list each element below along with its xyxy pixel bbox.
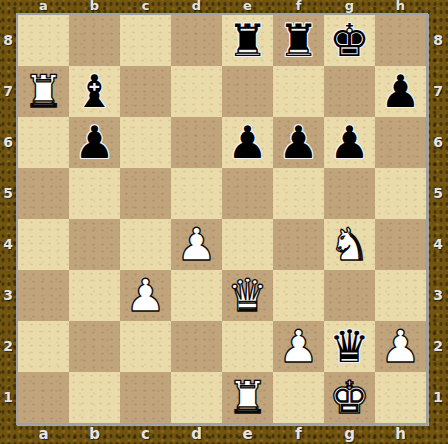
square-a6[interactable]	[18, 117, 69, 168]
file-label-top-d: d	[171, 0, 222, 13]
white-rook-e1[interactable]: ♜	[227, 372, 267, 423]
square-d3[interactable]	[171, 270, 222, 321]
file-labels-top: abcdefgh	[18, 0, 426, 13]
square-d7[interactable]	[171, 66, 222, 117]
rank-label-right-8: 8	[428, 15, 448, 66]
file-labels-bottom: abcdefgh	[18, 425, 426, 444]
square-e2[interactable]	[222, 321, 273, 372]
white-pawn-c3[interactable]: ♟	[125, 270, 165, 321]
white-pawn-h2[interactable]: ♟	[380, 321, 420, 372]
black-pawn-e6[interactable]: ♟	[227, 117, 267, 168]
square-d6[interactable]	[171, 117, 222, 168]
square-e7[interactable]	[222, 66, 273, 117]
square-h1[interactable]	[375, 372, 426, 423]
rank-label-right-1: 1	[428, 372, 448, 423]
file-label-top-g: g	[324, 0, 375, 13]
file-label-bottom-c: c	[120, 425, 171, 444]
rank-label-left-8: 8	[0, 15, 16, 66]
black-pawn-b6[interactable]: ♟	[74, 117, 114, 168]
square-a7[interactable]: ♜	[18, 66, 69, 117]
file-label-bottom-g: g	[324, 425, 375, 444]
square-e5[interactable]	[222, 168, 273, 219]
square-a8[interactable]	[18, 15, 69, 66]
square-f4[interactable]	[273, 219, 324, 270]
square-g5[interactable]	[324, 168, 375, 219]
rank-label-left-7: 7	[0, 66, 16, 117]
square-g7[interactable]	[324, 66, 375, 117]
white-knight-g4[interactable]: ♞	[329, 219, 369, 270]
square-e4[interactable]	[222, 219, 273, 270]
square-g2[interactable]: ♛	[324, 321, 375, 372]
square-d8[interactable]	[171, 15, 222, 66]
file-label-bottom-b: b	[69, 425, 120, 444]
square-b7[interactable]: ♝	[69, 66, 120, 117]
chess-board: ♜♜♚♜♝♟♟♟♟♟♟♞♟♛♟♛♟♜♚	[16, 13, 428, 425]
rank-label-right-6: 6	[428, 117, 448, 168]
square-f1[interactable]	[273, 372, 324, 423]
square-b8[interactable]	[69, 15, 120, 66]
rank-label-left-5: 5	[0, 168, 16, 219]
square-d4[interactable]: ♟	[171, 219, 222, 270]
file-label-top-h: h	[375, 0, 426, 13]
square-c3[interactable]: ♟	[120, 270, 171, 321]
square-d5[interactable]	[171, 168, 222, 219]
white-pawn-f2[interactable]: ♟	[278, 321, 318, 372]
square-a2[interactable]	[18, 321, 69, 372]
file-label-top-b: b	[69, 0, 120, 13]
square-g8[interactable]: ♚	[324, 15, 375, 66]
white-queen-e3[interactable]: ♛	[227, 270, 267, 321]
square-a1[interactable]	[18, 372, 69, 423]
square-h6[interactable]	[375, 117, 426, 168]
file-label-bottom-h: h	[375, 425, 426, 444]
rank-label-right-3: 3	[428, 270, 448, 321]
square-g3[interactable]	[324, 270, 375, 321]
square-e6[interactable]: ♟	[222, 117, 273, 168]
rank-label-left-3: 3	[0, 270, 16, 321]
rank-labels-right: 87654321	[428, 15, 448, 423]
file-label-bottom-a: a	[18, 425, 69, 444]
square-c5[interactable]	[120, 168, 171, 219]
file-label-bottom-e: e	[222, 425, 273, 444]
square-e3[interactable]: ♛	[222, 270, 273, 321]
file-label-top-c: c	[120, 0, 171, 13]
square-e8[interactable]: ♜	[222, 15, 273, 66]
file-label-top-f: f	[273, 0, 324, 13]
rank-label-right-7: 7	[428, 66, 448, 117]
white-pawn-d4[interactable]: ♟	[176, 219, 216, 270]
square-c2[interactable]	[120, 321, 171, 372]
square-f2[interactable]: ♟	[273, 321, 324, 372]
rank-label-left-2: 2	[0, 321, 16, 372]
square-h3[interactable]	[375, 270, 426, 321]
rank-label-left-6: 6	[0, 117, 16, 168]
chess-app: abcdefgh 87654321 ♜♜♚♜♝♟♟♟♟♟♟♞♟♛♟♛♟♜♚ 87…	[0, 0, 448, 444]
square-d1[interactable]	[171, 372, 222, 423]
square-f8[interactable]: ♜	[273, 15, 324, 66]
black-king-g8[interactable]: ♚	[329, 15, 369, 66]
square-d2[interactable]	[171, 321, 222, 372]
file-label-top-e: e	[222, 0, 273, 13]
square-h7[interactable]: ♟	[375, 66, 426, 117]
black-pawn-g6[interactable]: ♟	[329, 117, 369, 168]
rank-label-left-1: 1	[0, 372, 16, 423]
white-rook-a7[interactable]: ♜	[23, 66, 63, 117]
file-label-bottom-d: d	[171, 425, 222, 444]
square-f3[interactable]	[273, 270, 324, 321]
square-h2[interactable]: ♟	[375, 321, 426, 372]
square-f7[interactable]	[273, 66, 324, 117]
square-a5[interactable]	[18, 168, 69, 219]
black-pawn-f6[interactable]: ♟	[278, 117, 318, 168]
square-c1[interactable]	[120, 372, 171, 423]
square-b5[interactable]	[69, 168, 120, 219]
square-g1[interactable]: ♚	[324, 372, 375, 423]
square-f6[interactable]: ♟	[273, 117, 324, 168]
black-bishop-b7[interactable]: ♝	[74, 66, 114, 117]
black-queen-g2[interactable]: ♛	[329, 321, 369, 372]
square-b1[interactable]	[69, 372, 120, 423]
square-c8[interactable]	[120, 15, 171, 66]
square-f5[interactable]	[273, 168, 324, 219]
rank-labels-left: 87654321	[0, 15, 16, 423]
square-b4[interactable]	[69, 219, 120, 270]
square-g4[interactable]: ♞	[324, 219, 375, 270]
square-h4[interactable]	[375, 219, 426, 270]
black-pawn-h7[interactable]: ♟	[380, 66, 420, 117]
square-h8[interactable]	[375, 15, 426, 66]
file-label-bottom-f: f	[273, 425, 324, 444]
square-g6[interactable]: ♟	[324, 117, 375, 168]
black-rook-e8[interactable]: ♜	[227, 15, 267, 66]
square-c7[interactable]	[120, 66, 171, 117]
rank-label-right-4: 4	[428, 219, 448, 270]
square-a3[interactable]	[18, 270, 69, 321]
rank-label-right-2: 2	[428, 321, 448, 372]
square-c6[interactable]	[120, 117, 171, 168]
square-c4[interactable]	[120, 219, 171, 270]
square-b3[interactable]	[69, 270, 120, 321]
square-b6[interactable]: ♟	[69, 117, 120, 168]
rank-label-left-4: 4	[0, 219, 16, 270]
black-rook-f8[interactable]: ♜	[278, 15, 318, 66]
square-b2[interactable]	[69, 321, 120, 372]
square-e1[interactable]: ♜	[222, 372, 273, 423]
square-a4[interactable]	[18, 219, 69, 270]
white-king-g1[interactable]: ♚	[329, 372, 369, 423]
square-h5[interactable]	[375, 168, 426, 219]
file-label-top-a: a	[18, 0, 69, 13]
rank-label-right-5: 5	[428, 168, 448, 219]
